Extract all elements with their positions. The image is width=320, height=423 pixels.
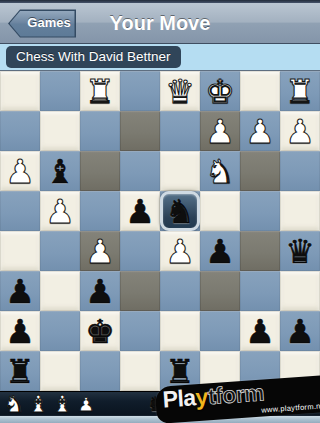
- square-b7[interactable]: ♟: [240, 311, 280, 351]
- navigation-bar: Your Move Games: [0, 3, 320, 44]
- captured-white-knight-icon: ♞: [2, 392, 26, 415]
- white-pawn-icon: ♟: [80, 231, 120, 271]
- white-pawn-icon: ♟: [40, 191, 80, 231]
- square-e8[interactable]: [120, 351, 160, 391]
- captured-white-pieces: ♞♝♝♟: [2, 392, 98, 415]
- black-queen-icon: ♛: [280, 231, 320, 271]
- square-g4[interactable]: ♟: [40, 191, 80, 231]
- square-g6[interactable]: [40, 271, 80, 311]
- square-g1[interactable]: [40, 71, 80, 111]
- square-a6[interactable]: [280, 271, 320, 311]
- black-rook-icon: ♜: [0, 351, 40, 391]
- square-a2[interactable]: ♟: [280, 111, 320, 151]
- square-e7[interactable]: [120, 311, 160, 351]
- square-b6[interactable]: [240, 271, 280, 311]
- white-king-icon: ♚: [200, 71, 240, 111]
- square-g2[interactable]: [40, 111, 80, 151]
- square-h2[interactable]: [0, 111, 40, 151]
- black-bishop-icon: ♝: [40, 151, 80, 191]
- square-g7[interactable]: [40, 311, 80, 351]
- white-queen-icon: ♛: [160, 71, 200, 111]
- captured-white-bishop-icon: ♝: [26, 392, 50, 415]
- black-pawn-icon: ♟: [280, 311, 320, 351]
- square-a7[interactable]: ♟: [280, 311, 320, 351]
- square-e4[interactable]: ♟: [120, 191, 160, 231]
- square-c2[interactable]: ♟: [200, 111, 240, 151]
- square-g8[interactable]: [40, 351, 80, 391]
- watermark-url: www.playtform.net: [261, 401, 320, 415]
- square-f7[interactable]: ♚: [80, 311, 120, 351]
- square-d4[interactable]: ♞: [160, 191, 200, 231]
- square-d7[interactable]: [160, 311, 200, 351]
- square-e3[interactable]: [120, 151, 160, 191]
- white-pawn-icon: ♟: [160, 231, 200, 271]
- black-pawn-icon: ♟: [80, 271, 120, 311]
- white-pawn-icon: ♟: [280, 111, 320, 151]
- square-f8[interactable]: [80, 351, 120, 391]
- captured-white-pawn-icon: ♟: [74, 392, 98, 415]
- white-pawn-icon: ♟: [240, 111, 280, 151]
- white-knight-icon: ♞: [200, 151, 240, 191]
- square-f3[interactable]: [80, 151, 120, 191]
- back-button-games[interactable]: Games: [8, 9, 76, 38]
- square-f6[interactable]: ♟: [80, 271, 120, 311]
- black-knight-icon: ♞: [160, 191, 200, 231]
- white-pawn-icon: ♟: [0, 151, 40, 191]
- square-f5[interactable]: ♟: [80, 231, 120, 271]
- square-b5[interactable]: [240, 231, 280, 271]
- square-d2[interactable]: [160, 111, 200, 151]
- square-b1[interactable]: [240, 71, 280, 111]
- square-e5[interactable]: [120, 231, 160, 271]
- square-f1[interactable]: ♜: [80, 71, 120, 111]
- square-h7[interactable]: ♟: [0, 311, 40, 351]
- square-e2[interactable]: [120, 111, 160, 151]
- square-e6[interactable]: [120, 271, 160, 311]
- white-pawn-icon: ♟: [200, 111, 240, 151]
- square-h6[interactable]: ♟: [0, 271, 40, 311]
- black-pawn-icon: ♟: [0, 311, 40, 351]
- white-rook-icon: ♜: [80, 71, 120, 111]
- square-c5[interactable]: ♟: [200, 231, 240, 271]
- square-h5[interactable]: [0, 231, 40, 271]
- black-pawn-icon: ♟: [200, 231, 240, 271]
- black-king-icon: ♚: [80, 311, 120, 351]
- square-b3[interactable]: [240, 151, 280, 191]
- square-c6[interactable]: [200, 271, 240, 311]
- match-title-badge: Chess With David Bettner: [6, 46, 181, 68]
- square-h4[interactable]: [0, 191, 40, 231]
- black-pawn-icon: ♟: [120, 191, 160, 231]
- square-d3[interactable]: [160, 151, 200, 191]
- playtform-logo: Playtform: [162, 379, 265, 413]
- square-d5[interactable]: ♟: [160, 231, 200, 271]
- square-b2[interactable]: ♟: [240, 111, 280, 151]
- square-a4[interactable]: [280, 191, 320, 231]
- black-pawn-icon: ♟: [0, 271, 40, 311]
- square-c3[interactable]: ♞: [200, 151, 240, 191]
- square-d6[interactable]: [160, 271, 200, 311]
- square-h1[interactable]: [0, 71, 40, 111]
- square-d1[interactable]: ♛: [160, 71, 200, 111]
- white-rook-icon: ♜: [280, 71, 320, 111]
- square-a3[interactable]: [280, 151, 320, 191]
- square-c4[interactable]: [200, 191, 240, 231]
- square-g3[interactable]: ♝: [40, 151, 80, 191]
- square-a1[interactable]: ♜: [280, 71, 320, 111]
- square-e1[interactable]: [120, 71, 160, 111]
- square-c7[interactable]: [200, 311, 240, 351]
- square-f4[interactable]: [80, 191, 120, 231]
- chess-board: ♜♛♚♜♟♟♟♟♝♞♟♟♞♟♟♟♛♟♟♟♚♟♟♜♜: [0, 71, 320, 391]
- black-pawn-icon: ♟: [240, 311, 280, 351]
- square-h3[interactable]: ♟: [0, 151, 40, 191]
- info-strip: Chess With David Bettner: [0, 44, 320, 71]
- back-button-label: Games: [22, 9, 76, 38]
- square-f2[interactable]: [80, 111, 120, 151]
- square-h8[interactable]: ♜: [0, 351, 40, 391]
- square-g5[interactable]: [40, 231, 80, 271]
- square-c1[interactable]: ♚: [200, 71, 240, 111]
- captured-white-bishop-icon: ♝: [50, 392, 74, 415]
- square-a5[interactable]: ♛: [280, 231, 320, 271]
- app-window: Your Move Games Chess With David Bettner…: [0, 0, 320, 423]
- square-b4[interactable]: [240, 191, 280, 231]
